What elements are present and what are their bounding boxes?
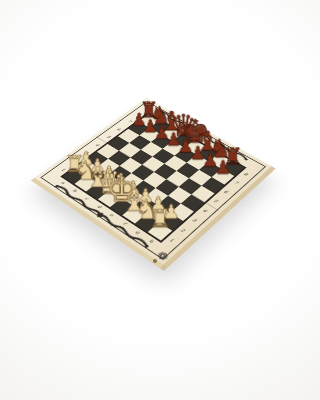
product-photo-page: { "game": "chess", "scene": "angled prod… — [0, 0, 300, 400]
clasp-dot — [153, 259, 157, 263]
piece-dark-pawn-h7: ♟ — [215, 158, 231, 176]
chess-board: abcdefgh 87654321 87654321 ❁ ♜♞♝♛♚♝♞♜♟♟♟… — [35, 98, 272, 265]
piece-light-rook-h1: ♜ — [149, 206, 171, 231]
